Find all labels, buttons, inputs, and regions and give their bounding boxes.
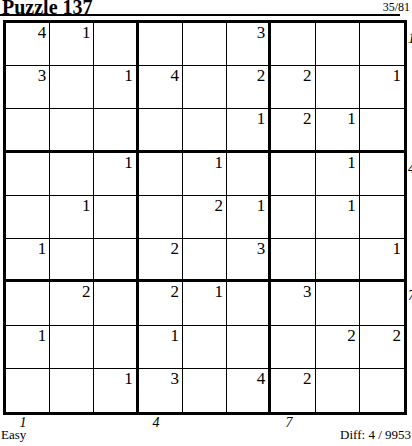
cell-r2c5[interactable] [183,66,227,109]
cell-r7c7[interactable]: 3 [271,282,315,325]
cell-r8c7[interactable] [271,326,315,369]
cell-r2c8[interactable] [316,66,360,109]
cell-r2c9[interactable]: 1 [360,66,404,109]
cell-r2c1[interactable]: 3 [6,66,50,109]
cell-r6c9[interactable]: 1 [360,239,404,282]
cell-digit: 1 [392,239,401,258]
cell-r4c1[interactable] [6,153,50,196]
cell-r2c2[interactable] [50,66,94,109]
cell-r2c3[interactable]: 1 [94,66,138,109]
cell-digit: 1 [124,153,133,172]
cell-r7c3[interactable] [94,282,138,325]
cell-r9c7[interactable]: 2 [271,369,315,412]
cell-r8c4[interactable]: 1 [139,326,183,369]
cell-r9c1[interactable] [6,369,50,412]
cell-r4c8[interactable]: 1 [316,153,360,196]
cell-r1c7[interactable] [271,23,315,66]
cell-r5c2[interactable]: 1 [50,196,94,239]
cell-r5c6[interactable]: 1 [227,196,271,239]
cell-r6c6[interactable]: 3 [227,239,271,282]
cell-digit: 3 [38,66,47,85]
cell-digit: 2 [303,109,312,128]
cell-r8c5[interactable] [183,326,227,369]
cell-r1c1[interactable]: 4 [6,23,50,66]
row-marker-7: 7 [408,289,412,303]
cell-r9c2[interactable] [50,369,94,412]
cell-r7c6[interactable] [227,282,271,325]
cell-digit: 2 [303,66,312,85]
cell-r3c2[interactable] [50,109,94,152]
cell-r6c1[interactable]: 1 [6,239,50,282]
cell-r9c9[interactable] [360,369,404,412]
cell-r8c1[interactable]: 1 [6,326,50,369]
cell-r6c3[interactable] [94,239,138,282]
cell-r4c2[interactable] [50,153,94,196]
cell-r5c5[interactable]: 2 [183,196,227,239]
cell-r2c7[interactable]: 2 [271,66,315,109]
cell-r1c9[interactable] [360,23,404,66]
cell-r5c4[interactable] [139,196,183,239]
cell-r3c3[interactable] [94,109,138,152]
cell-digit: 4 [257,369,266,388]
cell-r9c8[interactable] [316,369,360,412]
cell-r1c3[interactable] [94,23,138,66]
cell-digit: 2 [392,326,401,345]
cell-r8c9[interactable]: 2 [360,326,404,369]
cell-digit: 1 [347,153,356,172]
row-marker-4: 4 [408,162,412,176]
cell-r9c4[interactable]: 3 [139,369,183,412]
cell-r5c7[interactable] [271,196,315,239]
cell-r4c3[interactable]: 1 [94,153,138,196]
cell-r5c8[interactable]: 1 [316,196,360,239]
cell-r3c9[interactable] [360,109,404,152]
difficulty-score: Diff: 4 / 9953 [340,428,411,442]
cell-r4c5[interactable]: 1 [183,153,227,196]
cell-r5c3[interactable] [94,196,138,239]
col-marker-4: 4 [149,416,163,430]
cell-r9c6[interactable]: 4 [227,369,271,412]
cell-r7c9[interactable] [360,282,404,325]
cell-r3c5[interactable] [183,109,227,152]
cell-digit: 2 [347,326,356,345]
cell-r1c4[interactable] [139,23,183,66]
cell-digit: 4 [38,23,47,42]
cell-r6c4[interactable]: 2 [139,239,183,282]
cell-digit: 3 [257,239,266,258]
cell-digit: 3 [257,23,266,42]
cell-digit: 1 [215,153,224,172]
cell-r8c8[interactable]: 2 [316,326,360,369]
cell-digit: 1 [124,66,133,85]
cell-r7c8[interactable] [316,282,360,325]
cell-r7c1[interactable] [6,282,50,325]
cell-r5c9[interactable] [360,196,404,239]
cell-r1c2[interactable]: 1 [50,23,94,66]
cell-digit: 3 [303,282,312,301]
cell-digit: 1 [257,109,266,128]
cell-digit: 1 [170,326,179,345]
cell-digit: 1 [82,23,91,42]
cell-r3c4[interactable] [139,109,183,152]
cell-digit: 1 [215,282,224,301]
cell-digit: 3 [170,369,179,388]
clue-count: 35/81 [383,1,410,13]
cell-r7c4[interactable]: 2 [139,282,183,325]
difficulty-class: Easy [1,428,26,442]
cell-r3c8[interactable]: 1 [316,109,360,152]
board: 41331422112111112111231221311221342 [3,20,407,415]
cell-r3c6[interactable]: 1 [227,109,271,152]
title-rule [0,14,400,16]
cell-r2c4[interactable]: 4 [139,66,183,109]
cell-r1c5[interactable] [183,23,227,66]
cell-r1c8[interactable] [316,23,360,66]
cell-r1c6[interactable]: 3 [227,23,271,66]
cell-r2c6[interactable]: 2 [227,66,271,109]
cell-r7c5[interactable]: 1 [183,282,227,325]
cell-r6c5[interactable] [183,239,227,282]
cell-r9c5[interactable] [183,369,227,412]
cell-r4c7[interactable] [271,153,315,196]
cell-r4c9[interactable] [360,153,404,196]
cell-r3c1[interactable] [6,109,50,152]
cell-r8c6[interactable] [227,326,271,369]
cell-r7c2[interactable]: 2 [50,282,94,325]
cell-digit: 2 [257,66,266,85]
cell-digit: 1 [38,239,47,258]
cell-r3c7[interactable]: 2 [271,109,315,152]
cell-digit: 1 [82,196,91,215]
cell-r4c4[interactable] [139,153,183,196]
cell-digit: 1 [347,109,356,128]
cell-r6c2[interactable] [50,239,94,282]
cell-r9c3[interactable]: 1 [94,369,138,412]
cell-digit: 2 [215,196,224,215]
cell-r6c7[interactable] [271,239,315,282]
cell-digit: 2 [170,239,179,258]
cell-r8c2[interactable] [50,326,94,369]
cell-digit: 1 [38,326,47,345]
col-marker-7: 7 [282,416,296,430]
cell-digit: 2 [303,369,312,388]
cell-digit: 1 [257,196,266,215]
cell-r4c6[interactable] [227,153,271,196]
cell-digit: 1 [392,66,401,85]
row-marker-1: 1 [408,32,412,46]
cell-r6c8[interactable] [316,239,360,282]
cell-digit: 1 [124,369,133,388]
cell-r8c3[interactable] [94,326,138,369]
cell-digit: 4 [170,66,179,85]
cell-r5c1[interactable] [6,196,50,239]
cell-digit: 2 [82,282,91,301]
cell-digit: 1 [347,196,356,215]
cell-digit: 2 [170,282,179,301]
